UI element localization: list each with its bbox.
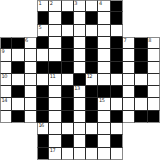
outside-area [12, 135, 24, 147]
outside-area [25, 148, 37, 160]
outside-area [135, 25, 147, 37]
white-cell-r11c6[interactable] [74, 135, 86, 147]
black-cell-r9c7 [86, 111, 98, 123]
white-cell-r3c4[interactable] [49, 37, 61, 49]
outside-area [148, 25, 160, 37]
outside-area [0, 135, 12, 147]
black-cell-r5c11 [135, 62, 147, 74]
white-cell-r6c4[interactable]: 11 [49, 74, 61, 86]
black-cell-r7c5 [62, 86, 74, 98]
outside-area [135, 135, 147, 147]
outside-area [148, 0, 160, 12]
black-cell-r1c3 [37, 12, 49, 24]
white-cell-r10c6[interactable] [74, 123, 86, 135]
black-cell-r8c3 [37, 98, 49, 110]
white-cell-r4c10[interactable] [123, 49, 135, 61]
white-cell-r4c6[interactable] [74, 49, 86, 61]
white-cell-r3c6[interactable] [74, 37, 86, 49]
white-cell-r3c12[interactable]: 8 [148, 37, 160, 49]
white-cell-r8c4[interactable] [49, 98, 61, 110]
outside-area [148, 123, 160, 135]
outside-area [0, 148, 12, 160]
white-cell-r8c11[interactable] [135, 98, 147, 110]
black-cell-r4c11 [135, 49, 147, 61]
clue-number-2: 2 [50, 1, 53, 6]
black-cell-r5c3 [37, 62, 49, 74]
black-cell-r9c11 [135, 111, 147, 123]
clue-number-7: 7 [124, 38, 127, 43]
outside-area [135, 123, 147, 135]
clue-number-6: 6 [25, 38, 28, 43]
white-cell-r11c8[interactable] [98, 135, 110, 147]
white-cell-r12c9[interactable] [111, 148, 123, 160]
black-cell-r7c11 [135, 86, 147, 98]
outside-area [0, 12, 12, 24]
white-cell-r5c10[interactable] [123, 62, 135, 74]
white-cell-r8c0[interactable]: 14 [0, 98, 12, 110]
white-cell-r9c10[interactable] [123, 111, 135, 123]
white-cell-r10c8[interactable] [98, 123, 110, 135]
white-cell-r3c2[interactable]: 6 [25, 37, 37, 49]
clue-number-12: 12 [87, 74, 92, 79]
white-cell-r9c0[interactable] [0, 111, 12, 123]
clue-number-1: 1 [38, 1, 41, 6]
white-cell-r9c2[interactable] [25, 111, 37, 123]
outside-area [148, 12, 160, 24]
white-cell-r2c5[interactable] [62, 25, 74, 37]
black-cell-r5c4 [49, 62, 61, 74]
white-cell-r6c9[interactable] [111, 74, 123, 86]
white-cell-r5c8[interactable] [98, 62, 110, 74]
white-cell-r4c0[interactable]: 9 [0, 49, 12, 61]
black-cell-r5c1 [12, 62, 24, 74]
white-cell-r8c1[interactable] [12, 98, 24, 110]
white-cell-r4c2[interactable] [25, 49, 37, 61]
black-cell-r1c7 [86, 12, 98, 24]
black-cell-r3c3 [37, 37, 49, 49]
white-cell-r7c4[interactable] [49, 86, 61, 98]
clue-number-5: 5 [38, 25, 41, 30]
outside-area [123, 25, 135, 37]
clue-number-14: 14 [2, 98, 7, 103]
white-cell-r10c3[interactable]: 16 [37, 123, 49, 135]
outside-area [25, 12, 37, 24]
black-cell-r11c7 [86, 135, 98, 147]
black-cell-r3c1 [12, 37, 24, 49]
white-cell-r0c4[interactable]: 2 [49, 0, 61, 12]
black-cell-r5c5 [62, 62, 74, 74]
outside-area [123, 148, 135, 160]
white-cell-r10c4[interactable] [49, 123, 61, 135]
white-cell-r12c7[interactable] [86, 148, 98, 160]
outside-area [12, 12, 24, 24]
black-cell-r3c5 [62, 37, 74, 49]
white-cell-r3c10[interactable]: 7 [123, 37, 135, 49]
white-cell-r2c3[interactable]: 5 [37, 25, 49, 37]
white-cell-r6c12[interactable] [148, 74, 160, 86]
white-cell-r10c9[interactable] [111, 123, 123, 135]
outside-area [0, 25, 12, 37]
black-cell-r3c7 [86, 37, 98, 49]
black-cell-r7c9 [111, 86, 123, 98]
white-cell-r6c3[interactable] [37, 74, 49, 86]
black-cell-r0c9 [111, 0, 123, 12]
black-cell-r9c1 [12, 111, 24, 123]
white-cell-r4c8[interactable] [98, 49, 110, 61]
outside-area [148, 135, 160, 147]
white-cell-r2c7[interactable] [86, 25, 98, 37]
white-cell-r11c4[interactable] [49, 135, 61, 147]
white-cell-r1c6[interactable] [74, 12, 86, 24]
white-cell-r2c8[interactable] [98, 25, 110, 37]
white-cell-r12c4[interactable]: 17 [49, 148, 61, 160]
clue-number-9: 9 [2, 49, 5, 54]
outside-area [12, 123, 24, 135]
black-cell-r9c9 [111, 111, 123, 123]
outside-area [25, 0, 37, 12]
white-cell-r10c7[interactable] [86, 123, 98, 135]
black-cell-r7c1 [12, 86, 24, 98]
outside-area [25, 25, 37, 37]
black-cell-r7c7 [86, 86, 98, 98]
white-cell-r8c9[interactable] [111, 98, 123, 110]
black-cell-r3c9 [111, 37, 123, 49]
white-cell-r7c2[interactable] [25, 86, 37, 98]
outside-area [135, 148, 147, 160]
white-cell-r6c8[interactable] [98, 74, 110, 86]
white-cell-r2c6[interactable] [74, 25, 86, 37]
white-cell-r7c12[interactable] [148, 86, 160, 98]
white-cell-r6c1[interactable] [12, 74, 24, 86]
outside-area [148, 148, 160, 160]
clue-number-3: 3 [74, 1, 77, 6]
black-cell-r8c7 [86, 98, 98, 110]
white-cell-r4c4[interactable] [49, 49, 61, 61]
clue-number-10: 10 [2, 74, 7, 79]
black-cell-r1c9 [111, 12, 123, 24]
black-cell-r8c5 [62, 98, 74, 110]
crossword-grid: 1234567891011121314151617 [0, 0, 160, 160]
white-cell-r0c8[interactable]: 4 [98, 0, 110, 12]
white-cell-r8c8[interactable]: 15 [98, 98, 110, 110]
white-cell-r2c9[interactable] [111, 25, 123, 37]
white-cell-r6c0[interactable]: 10 [0, 74, 12, 86]
white-cell-r7c6[interactable]: 13 [74, 86, 86, 98]
outside-area [25, 135, 37, 147]
black-cell-r5c7 [86, 62, 98, 74]
white-cell-r0c7[interactable] [86, 0, 98, 12]
white-cell-r6c10[interactable] [123, 74, 135, 86]
black-cell-r11c5 [62, 135, 74, 147]
black-cell-r7c3 [37, 86, 49, 98]
white-cell-r8c6[interactable] [74, 98, 86, 110]
black-cell-r4c9 [111, 49, 123, 61]
black-cell-r11c9 [111, 135, 123, 147]
outside-area [12, 148, 24, 160]
white-cell-r0c3[interactable]: 1 [37, 0, 49, 12]
white-cell-r6c5[interactable] [62, 74, 74, 86]
white-cell-r0c5[interactable] [62, 0, 74, 12]
outside-area [123, 0, 135, 12]
clue-number-8: 8 [148, 38, 151, 43]
black-cell-r5c9 [111, 62, 123, 74]
white-cell-r9c4[interactable] [49, 111, 61, 123]
white-cell-r1c8[interactable] [98, 12, 110, 24]
black-cell-r1c5 [62, 12, 74, 24]
white-cell-r6c2[interactable] [25, 74, 37, 86]
black-cell-r9c5 [62, 111, 74, 123]
clue-number-13: 13 [74, 86, 79, 91]
outside-area [0, 123, 12, 135]
outside-area [12, 25, 24, 37]
white-cell-r8c2[interactable] [25, 98, 37, 110]
outside-area [135, 12, 147, 24]
black-cell-r12c3 [37, 148, 49, 160]
clue-number-17: 17 [50, 148, 55, 153]
clue-number-4: 4 [99, 1, 102, 6]
white-cell-r4c12[interactable] [148, 49, 160, 61]
white-cell-r6c11[interactable] [135, 74, 147, 86]
white-cell-r5c0[interactable] [0, 62, 12, 74]
white-cell-r8c12[interactable] [148, 98, 160, 110]
clue-number-15: 15 [99, 98, 104, 103]
outside-area [123, 12, 135, 24]
white-cell-r2c4[interactable] [49, 25, 61, 37]
black-cell-r4c7 [86, 49, 98, 61]
white-cell-r10c5[interactable] [62, 123, 74, 135]
white-cell-r9c6[interactable] [74, 111, 86, 123]
white-cell-r4c3[interactable] [37, 49, 49, 61]
outside-area [123, 135, 135, 147]
black-cell-r4c5 [62, 49, 74, 61]
white-cell-r9c8[interactable] [98, 111, 110, 123]
white-cell-r3c8[interactable] [98, 37, 110, 49]
white-cell-r5c2[interactable] [25, 62, 37, 74]
white-cell-r12c6[interactable] [74, 148, 86, 160]
clue-number-11: 11 [50, 74, 55, 79]
black-cell-r3c11 [135, 37, 147, 49]
clue-number-16: 16 [38, 123, 43, 128]
outside-area [12, 0, 24, 12]
white-cell-r12c8[interactable] [98, 148, 110, 160]
white-cell-r0c6[interactable]: 3 [74, 0, 86, 12]
outside-area [135, 0, 147, 12]
white-cell-r5c6[interactable] [74, 62, 86, 74]
white-cell-r1c4[interactable] [49, 12, 61, 24]
white-cell-r12c5[interactable] [62, 148, 74, 160]
white-cell-r5c12[interactable] [148, 62, 160, 74]
white-cell-r6c7[interactable]: 12 [86, 74, 98, 86]
black-cell-r11c3 [37, 135, 49, 147]
outside-area [123, 123, 135, 135]
white-cell-r7c10[interactable] [123, 86, 135, 98]
outside-area [25, 123, 37, 135]
outside-area [0, 0, 12, 12]
black-cell-r9c12 [148, 111, 160, 123]
white-cell-r8c10[interactable] [123, 98, 135, 110]
white-cell-r4c1[interactable] [12, 49, 24, 61]
